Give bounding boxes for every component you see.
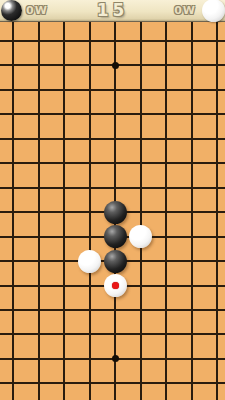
grid-hline bbox=[0, 40, 225, 42]
white-stone bbox=[78, 250, 101, 273]
grid-hline bbox=[0, 333, 225, 335]
black-stone bbox=[104, 250, 127, 273]
white-wins-label: 0W bbox=[174, 4, 196, 17]
grid-hline bbox=[0, 187, 225, 189]
grid-hline bbox=[0, 162, 225, 164]
grid-hline bbox=[0, 309, 225, 311]
black-stone bbox=[104, 225, 127, 248]
grid-hline bbox=[0, 89, 225, 91]
white-stone-icon bbox=[202, 0, 225, 22]
grid-hline bbox=[0, 382, 225, 384]
white-stone bbox=[104, 274, 127, 297]
grid-hline bbox=[0, 138, 225, 140]
star-point bbox=[112, 62, 119, 69]
last-move-marker bbox=[112, 282, 119, 289]
star-point bbox=[112, 355, 119, 362]
header-bar: 0W 15 0W bbox=[0, 0, 225, 22]
app-screen: 0W 15 0W bbox=[0, 0, 225, 400]
black-stone bbox=[104, 201, 127, 224]
white-stone bbox=[129, 225, 152, 248]
go-board[interactable] bbox=[0, 22, 225, 400]
grid-hline bbox=[0, 113, 225, 115]
